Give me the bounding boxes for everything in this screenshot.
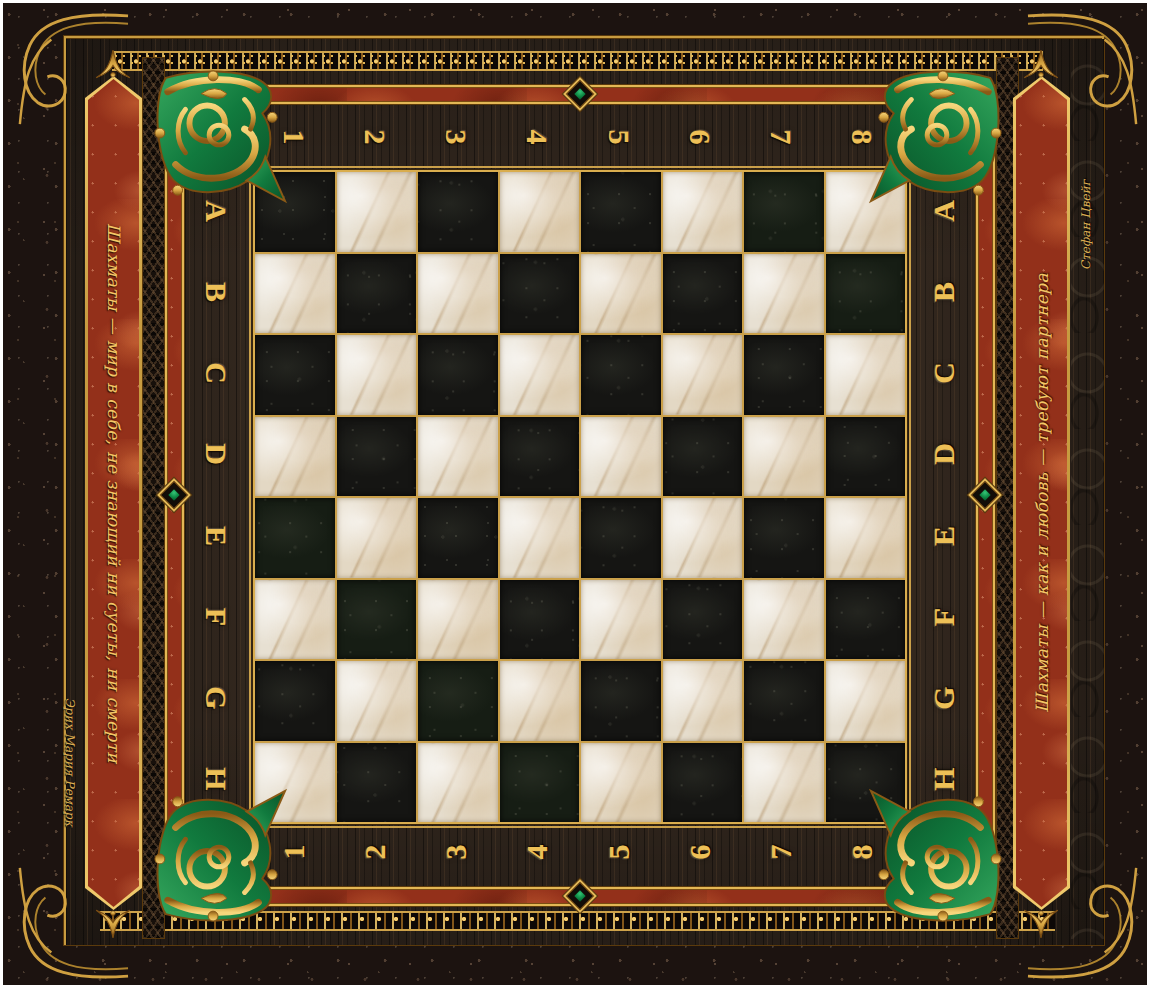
- square-D4[interactable]: [500, 417, 580, 497]
- corner-ornament-bottom-right-icon: [868, 788, 1006, 922]
- whiplash-flourish-bottom-left-icon: [12, 866, 130, 984]
- square-A6[interactable]: [663, 172, 743, 252]
- square-D1[interactable]: [255, 417, 335, 497]
- square-B1[interactable]: [255, 254, 335, 334]
- square-G6[interactable]: [663, 661, 743, 741]
- square-G1[interactable]: [255, 661, 335, 741]
- square-D8[interactable]: [826, 417, 906, 497]
- square-B4[interactable]: [500, 254, 580, 334]
- square-B8[interactable]: [826, 254, 906, 334]
- quote-author-right: Стефан Цвейг: [1079, 180, 1093, 270]
- chessboard-photo: Шахматы — мир в себе, не знающий ни сует…: [0, 0, 1154, 992]
- square-G5[interactable]: [581, 661, 661, 741]
- square-C5[interactable]: [581, 335, 661, 415]
- square-G7[interactable]: [744, 661, 824, 741]
- corner-ornament-bottom-left-icon: [150, 788, 288, 922]
- quote-banner-left-marble: Шахматы — мир в себе, не знающий ни сует…: [88, 79, 139, 907]
- square-A3[interactable]: [418, 172, 498, 252]
- square-A5[interactable]: [581, 172, 661, 252]
- square-A4[interactable]: [500, 172, 580, 252]
- square-C2[interactable]: [337, 335, 417, 415]
- square-B6[interactable]: [663, 254, 743, 334]
- square-D5[interactable]: [581, 417, 661, 497]
- quote-text-right: Шахматы — как и любовь — требуют партнер…: [1032, 273, 1052, 713]
- chess-board: [253, 170, 907, 824]
- quote-text-left: Шахматы — мир в себе, не знающий ни сует…: [104, 223, 124, 764]
- square-F3[interactable]: [418, 580, 498, 660]
- square-E6[interactable]: [663, 498, 743, 578]
- square-D7[interactable]: [744, 417, 824, 497]
- square-F2[interactable]: [337, 580, 417, 660]
- square-G8[interactable]: [826, 661, 906, 741]
- square-G4[interactable]: [500, 661, 580, 741]
- square-F8[interactable]: [826, 580, 906, 660]
- square-C7[interactable]: [744, 335, 824, 415]
- square-C1[interactable]: [255, 335, 335, 415]
- whiplash-flourish-top-right-icon: [1026, 8, 1144, 126]
- square-H2[interactable]: [337, 743, 417, 823]
- quote-banner-left: Шахматы — мир в себе, не знающий ни сует…: [85, 76, 142, 910]
- square-H5[interactable]: [581, 743, 661, 823]
- quote-author-left: Эрих Мария Ремарк: [63, 698, 77, 827]
- square-F1[interactable]: [255, 580, 335, 660]
- square-B3[interactable]: [418, 254, 498, 334]
- square-B5[interactable]: [581, 254, 661, 334]
- square-E1[interactable]: [255, 498, 335, 578]
- quote-banner-right: Шахматы — как и любовь — требуют партнер…: [1013, 76, 1070, 910]
- square-E3[interactable]: [418, 498, 498, 578]
- square-F5[interactable]: [581, 580, 661, 660]
- square-E8[interactable]: [826, 498, 906, 578]
- square-D6[interactable]: [663, 417, 743, 497]
- square-A2[interactable]: [337, 172, 417, 252]
- square-D3[interactable]: [418, 417, 498, 497]
- square-E5[interactable]: [581, 498, 661, 578]
- square-F6[interactable]: [663, 580, 743, 660]
- square-F7[interactable]: [744, 580, 824, 660]
- square-C4[interactable]: [500, 335, 580, 415]
- square-H7[interactable]: [744, 743, 824, 823]
- corner-ornament-top-right-icon: [868, 70, 1006, 204]
- square-C6[interactable]: [663, 335, 743, 415]
- square-H3[interactable]: [418, 743, 498, 823]
- square-H4[interactable]: [500, 743, 580, 823]
- square-F4[interactable]: [500, 580, 580, 660]
- corner-ornament-top-left-icon: [150, 70, 288, 204]
- square-C8[interactable]: [826, 335, 906, 415]
- square-E7[interactable]: [744, 498, 824, 578]
- whiplash-flourish-top-left-icon: [12, 8, 130, 126]
- square-D2[interactable]: [337, 417, 417, 497]
- square-C3[interactable]: [418, 335, 498, 415]
- square-G2[interactable]: [337, 661, 417, 741]
- square-A7[interactable]: [744, 172, 824, 252]
- square-H6[interactable]: [663, 743, 743, 823]
- square-E4[interactable]: [500, 498, 580, 578]
- square-G3[interactable]: [418, 661, 498, 741]
- quote-banner-right-marble: Шахматы — как и любовь — требуют партнер…: [1016, 79, 1067, 907]
- whiplash-flourish-bottom-right-icon: [1026, 866, 1144, 984]
- square-B7[interactable]: [744, 254, 824, 334]
- guilloche-band-top: [112, 51, 1043, 71]
- square-E2[interactable]: [337, 498, 417, 578]
- square-B2[interactable]: [337, 254, 417, 334]
